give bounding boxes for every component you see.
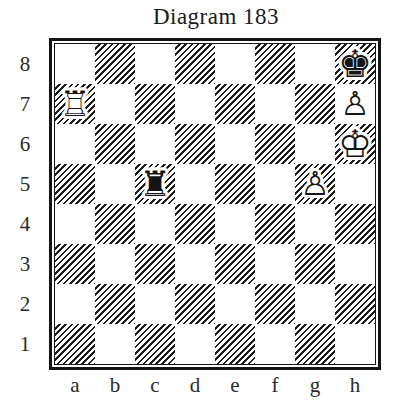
square-a7[interactable]: ♜♖ <box>55 84 95 124</box>
file-label-f: f <box>255 372 295 399</box>
square-h7[interactable]: ♟♙ <box>335 84 375 124</box>
square-f4[interactable] <box>255 204 295 244</box>
square-f8[interactable] <box>255 44 295 84</box>
square-d4[interactable] <box>175 204 215 244</box>
square-d3[interactable] <box>175 244 215 284</box>
diagram-page: Diagram 183 87654321 ♚♚♜♖♟♙♚♔♜♜♟♙ abcdef… <box>0 0 400 400</box>
square-g3[interactable] <box>295 244 335 284</box>
square-g2[interactable] <box>295 284 335 324</box>
square-g7[interactable] <box>295 84 335 124</box>
square-f2[interactable] <box>255 284 295 324</box>
piece-glyph: ♙ <box>295 164 335 204</box>
rank-label-5: 5 <box>12 164 38 204</box>
file-label-b: b <box>95 372 135 399</box>
file-label-d: d <box>175 372 215 399</box>
square-c4[interactable] <box>135 204 175 244</box>
piece-glyph: ♜ <box>135 164 175 204</box>
white-king[interactable]: ♚♔ <box>335 124 375 164</box>
square-f3[interactable] <box>255 244 295 284</box>
square-d2[interactable] <box>175 284 215 324</box>
diagram-title: Diagram 183 <box>49 4 383 30</box>
square-h1[interactable] <box>335 324 375 364</box>
file-label-g: g <box>295 372 335 399</box>
square-e5[interactable] <box>215 164 255 204</box>
square-a8[interactable] <box>55 44 95 84</box>
rank-label-3: 3 <box>12 244 38 284</box>
square-h5[interactable] <box>335 164 375 204</box>
square-d7[interactable] <box>175 84 215 124</box>
black-king[interactable]: ♚♚ <box>335 44 375 84</box>
square-e2[interactable] <box>215 284 255 324</box>
square-c3[interactable] <box>135 244 175 284</box>
square-c2[interactable] <box>135 284 175 324</box>
square-e8[interactable] <box>215 44 255 84</box>
square-h3[interactable] <box>335 244 375 284</box>
square-e4[interactable] <box>215 204 255 244</box>
square-a6[interactable] <box>55 124 95 164</box>
rank-label-2: 2 <box>12 284 38 324</box>
white-pawn[interactable]: ♟♙ <box>295 164 335 204</box>
square-h4[interactable] <box>335 204 375 244</box>
square-e1[interactable] <box>215 324 255 364</box>
square-c1[interactable] <box>135 324 175 364</box>
square-d5[interactable] <box>175 164 215 204</box>
rank-label-6: 6 <box>12 124 38 164</box>
piece-glyph: ♖ <box>55 84 95 124</box>
square-a5[interactable] <box>55 164 95 204</box>
square-a1[interactable] <box>55 324 95 364</box>
square-d1[interactable] <box>175 324 215 364</box>
square-f1[interactable] <box>255 324 295 364</box>
square-b6[interactable] <box>95 124 135 164</box>
piece-glyph: ♚ <box>335 44 375 84</box>
file-labels: abcdefgh <box>55 372 375 399</box>
white-rook[interactable]: ♜♖ <box>55 84 95 124</box>
square-c5[interactable]: ♜♜ <box>135 164 175 204</box>
rank-label-4: 4 <box>12 204 38 244</box>
square-c6[interactable] <box>135 124 175 164</box>
white-pawn[interactable]: ♟♙ <box>335 84 375 124</box>
file-label-a: a <box>55 372 95 399</box>
square-h8[interactable]: ♚♚ <box>335 44 375 84</box>
chess-board: ♚♚♜♖♟♙♚♔♜♜♟♙ <box>55 44 375 364</box>
square-h2[interactable] <box>335 284 375 324</box>
square-g6[interactable] <box>295 124 335 164</box>
board-frame: ♚♚♜♖♟♙♚♔♜♜♟♙ <box>49 38 381 370</box>
square-g8[interactable] <box>295 44 335 84</box>
square-b3[interactable] <box>95 244 135 284</box>
square-a3[interactable] <box>55 244 95 284</box>
square-a2[interactable] <box>55 284 95 324</box>
square-c7[interactable] <box>135 84 175 124</box>
rank-labels: 87654321 <box>12 44 38 364</box>
file-label-c: c <box>135 372 175 399</box>
square-e7[interactable] <box>215 84 255 124</box>
square-c8[interactable] <box>135 44 175 84</box>
square-b7[interactable] <box>95 84 135 124</box>
piece-glyph: ♙ <box>335 84 375 124</box>
square-b5[interactable] <box>95 164 135 204</box>
square-f5[interactable] <box>255 164 295 204</box>
square-a4[interactable] <box>55 204 95 244</box>
square-e3[interactable] <box>215 244 255 284</box>
square-f6[interactable] <box>255 124 295 164</box>
rank-label-8: 8 <box>12 44 38 84</box>
rank-label-1: 1 <box>12 324 38 364</box>
rank-label-7: 7 <box>12 84 38 124</box>
square-h6[interactable]: ♚♔ <box>335 124 375 164</box>
square-g1[interactable] <box>295 324 335 364</box>
file-label-e: e <box>215 372 255 399</box>
square-d8[interactable] <box>175 44 215 84</box>
square-f7[interactable] <box>255 84 295 124</box>
board-inner-border: ♚♚♜♖♟♙♚♔♜♜♟♙ <box>54 43 376 365</box>
square-d6[interactable] <box>175 124 215 164</box>
square-e6[interactable] <box>215 124 255 164</box>
square-g5[interactable]: ♟♙ <box>295 164 335 204</box>
file-label-h: h <box>335 372 375 399</box>
square-g4[interactable] <box>295 204 335 244</box>
square-b4[interactable] <box>95 204 135 244</box>
square-b2[interactable] <box>95 284 135 324</box>
square-b8[interactable] <box>95 44 135 84</box>
piece-glyph: ♔ <box>335 124 375 164</box>
black-rook[interactable]: ♜♜ <box>135 164 175 204</box>
square-b1[interactable] <box>95 324 135 364</box>
